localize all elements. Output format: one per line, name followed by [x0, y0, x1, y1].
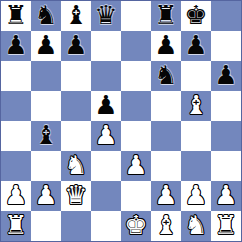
piece-white-pawn[interactable]: ♟: [94, 122, 117, 148]
piece-black-pawn[interactable]: ♟: [94, 92, 117, 118]
square-b6[interactable]: [31, 61, 61, 91]
square-g1[interactable]: ♞: [181, 211, 211, 241]
square-d1[interactable]: [91, 211, 121, 241]
square-g3[interactable]: [181, 151, 211, 181]
piece-black-rook[interactable]: ♜: [154, 2, 177, 28]
square-a7[interactable]: ♟: [1, 31, 31, 61]
piece-black-bishop[interactable]: ♝: [64, 2, 87, 28]
square-e1[interactable]: ♚: [121, 211, 151, 241]
square-a3[interactable]: [1, 151, 31, 181]
piece-black-pawn[interactable]: ♟: [184, 32, 207, 58]
square-c8[interactable]: ♝: [61, 1, 91, 31]
piece-white-bishop[interactable]: ♝: [184, 92, 207, 118]
square-e7[interactable]: [121, 31, 151, 61]
square-c7[interactable]: ♟: [61, 31, 91, 61]
piece-black-pawn[interactable]: ♟: [64, 32, 87, 58]
square-a5[interactable]: [1, 91, 31, 121]
piece-white-king[interactable]: ♚: [124, 212, 147, 238]
square-b8[interactable]: ♞: [31, 1, 61, 31]
square-g4[interactable]: [181, 121, 211, 151]
square-h2[interactable]: ♟: [211, 181, 241, 211]
square-g2[interactable]: ♟: [181, 181, 211, 211]
square-a1[interactable]: ♜: [1, 211, 31, 241]
square-h4[interactable]: [211, 121, 241, 151]
square-c2[interactable]: ♛: [61, 181, 91, 211]
square-c3[interactable]: ♞: [61, 151, 91, 181]
piece-white-pawn[interactable]: ♟: [154, 182, 177, 208]
square-b1[interactable]: [31, 211, 61, 241]
square-h5[interactable]: [211, 91, 241, 121]
piece-black-pawn[interactable]: ♟: [214, 62, 237, 88]
square-h1[interactable]: ♜: [211, 211, 241, 241]
square-f8[interactable]: ♜: [151, 1, 181, 31]
piece-black-bishop[interactable]: ♝: [34, 122, 57, 148]
square-f2[interactable]: ♟: [151, 181, 181, 211]
square-b2[interactable]: ♟: [31, 181, 61, 211]
square-f1[interactable]: ♝: [151, 211, 181, 241]
square-c1[interactable]: [61, 211, 91, 241]
square-h3[interactable]: [211, 151, 241, 181]
square-d4[interactable]: ♟: [91, 121, 121, 151]
piece-white-pawn[interactable]: ♟: [214, 182, 237, 208]
square-d5[interactable]: ♟: [91, 91, 121, 121]
square-a8[interactable]: ♜: [1, 1, 31, 31]
piece-white-rook[interactable]: ♜: [214, 212, 237, 238]
square-b3[interactable]: [31, 151, 61, 181]
square-g5[interactable]: ♝: [181, 91, 211, 121]
piece-white-pawn[interactable]: ♟: [34, 182, 57, 208]
square-c4[interactable]: [61, 121, 91, 151]
square-d2[interactable]: [91, 181, 121, 211]
square-f6[interactable]: ♞: [151, 61, 181, 91]
chess-board: ♜♞♝♛♜♚♟♟♟♟♟♞♟♟♝♝♟♞♟♟♟♛♟♟♟♜♚♝♞♜: [0, 0, 242, 242]
square-a4[interactable]: [1, 121, 31, 151]
piece-black-queen[interactable]: ♛: [94, 2, 117, 28]
piece-black-knight[interactable]: ♞: [154, 62, 177, 88]
piece-white-queen[interactable]: ♛: [64, 182, 87, 208]
square-e6[interactable]: [121, 61, 151, 91]
piece-white-knight[interactable]: ♞: [64, 152, 87, 178]
piece-black-knight[interactable]: ♞: [34, 2, 57, 28]
square-h8[interactable]: [211, 1, 241, 31]
square-f4[interactable]: [151, 121, 181, 151]
square-g7[interactable]: ♟: [181, 31, 211, 61]
square-e2[interactable]: [121, 181, 151, 211]
square-d7[interactable]: [91, 31, 121, 61]
piece-white-pawn[interactable]: ♟: [4, 182, 27, 208]
square-e8[interactable]: [121, 1, 151, 31]
square-f5[interactable]: [151, 91, 181, 121]
square-e5[interactable]: [121, 91, 151, 121]
square-h7[interactable]: [211, 31, 241, 61]
piece-white-pawn[interactable]: ♟: [124, 152, 147, 178]
square-b5[interactable]: [31, 91, 61, 121]
square-e3[interactable]: ♟: [121, 151, 151, 181]
square-g8[interactable]: ♚: [181, 1, 211, 31]
piece-white-rook[interactable]: ♜: [4, 212, 27, 238]
square-b4[interactable]: ♝: [31, 121, 61, 151]
square-b7[interactable]: ♟: [31, 31, 61, 61]
square-d8[interactable]: ♛: [91, 1, 121, 31]
piece-black-pawn[interactable]: ♟: [154, 32, 177, 58]
piece-black-pawn[interactable]: ♟: [4, 32, 27, 58]
square-f3[interactable]: [151, 151, 181, 181]
square-g6[interactable]: [181, 61, 211, 91]
piece-white-bishop[interactable]: ♝: [154, 212, 177, 238]
piece-white-pawn[interactable]: ♟: [184, 182, 207, 208]
piece-black-pawn[interactable]: ♟: [34, 32, 57, 58]
piece-black-king[interactable]: ♚: [184, 2, 207, 28]
square-a2[interactable]: ♟: [1, 181, 31, 211]
piece-white-knight[interactable]: ♞: [184, 212, 207, 238]
square-c6[interactable]: [61, 61, 91, 91]
square-c5[interactable]: [61, 91, 91, 121]
square-f7[interactable]: ♟: [151, 31, 181, 61]
square-e4[interactable]: [121, 121, 151, 151]
square-d3[interactable]: [91, 151, 121, 181]
square-h6[interactable]: ♟: [211, 61, 241, 91]
square-a6[interactable]: [1, 61, 31, 91]
square-d6[interactable]: [91, 61, 121, 91]
piece-black-rook[interactable]: ♜: [4, 2, 27, 28]
